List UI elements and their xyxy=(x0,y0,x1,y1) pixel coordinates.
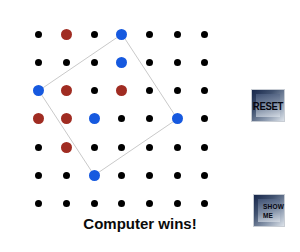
board-cell[interactable] xyxy=(136,105,164,133)
board-cell[interactable] xyxy=(53,77,81,105)
unclaimed-dot xyxy=(118,172,125,179)
unclaimed-dot xyxy=(35,144,42,151)
show-me-button-label: SHOWME xyxy=(263,202,284,220)
red-dot xyxy=(116,85,127,96)
board-cell[interactable] xyxy=(25,105,53,133)
board-cell[interactable] xyxy=(80,20,108,48)
board-cell[interactable] xyxy=(136,190,164,218)
board-cell[interactable] xyxy=(53,20,81,48)
board-cell[interactable] xyxy=(80,161,108,189)
blue-dot xyxy=(116,57,127,68)
board-cell[interactable] xyxy=(163,133,191,161)
board-cell[interactable] xyxy=(191,77,219,105)
unclaimed-dot xyxy=(201,144,208,151)
unclaimed-dot xyxy=(146,87,153,94)
unclaimed-dot xyxy=(35,172,42,179)
reset-button[interactable]: RESET xyxy=(251,89,285,122)
red-dot xyxy=(61,29,72,40)
unclaimed-dot xyxy=(201,200,208,207)
red-dot xyxy=(61,85,72,96)
board-cell[interactable] xyxy=(191,105,219,133)
blue-dot xyxy=(33,85,44,96)
reset-button-face: RESET xyxy=(256,94,280,117)
board-cell[interactable] xyxy=(80,105,108,133)
unclaimed-dot xyxy=(201,172,208,179)
dot-grid xyxy=(25,20,219,218)
board-cell[interactable] xyxy=(53,133,81,161)
board-cell[interactable] xyxy=(136,77,164,105)
board-cell[interactable] xyxy=(108,105,136,133)
board-cell[interactable] xyxy=(108,48,136,76)
board-cell[interactable] xyxy=(163,190,191,218)
board-cell[interactable] xyxy=(108,20,136,48)
board-cell[interactable] xyxy=(191,190,219,218)
show-me-button[interactable]: SHOWME xyxy=(253,194,285,227)
unclaimed-dot xyxy=(35,59,42,66)
unclaimed-dot xyxy=(118,115,125,122)
board-cell[interactable] xyxy=(25,190,53,218)
status-message: Computer wins! xyxy=(40,215,240,232)
board-cell[interactable] xyxy=(80,190,108,218)
board-cell[interactable] xyxy=(108,161,136,189)
show-me-line1: SHOW xyxy=(263,203,284,210)
board-cell[interactable] xyxy=(53,190,81,218)
board-cell[interactable] xyxy=(191,20,219,48)
board-cell[interactable] xyxy=(25,133,53,161)
board-cell[interactable] xyxy=(25,20,53,48)
unclaimed-dot xyxy=(35,200,42,207)
unclaimed-dot xyxy=(146,115,153,122)
board-cell[interactable] xyxy=(53,161,81,189)
unclaimed-dot xyxy=(35,31,42,38)
unclaimed-dot xyxy=(146,172,153,179)
unclaimed-dot xyxy=(174,200,181,207)
board-cell[interactable] xyxy=(191,161,219,189)
show-me-line2: ME xyxy=(263,212,273,219)
unclaimed-dot xyxy=(146,144,153,151)
unclaimed-dot xyxy=(118,200,125,207)
board-cell[interactable] xyxy=(163,161,191,189)
board-cell[interactable] xyxy=(136,20,164,48)
unclaimed-dot xyxy=(91,200,98,207)
board-cell[interactable] xyxy=(108,190,136,218)
unclaimed-dot xyxy=(174,31,181,38)
board-cell[interactable] xyxy=(25,77,53,105)
unclaimed-dot xyxy=(174,87,181,94)
board-cell[interactable] xyxy=(136,161,164,189)
unclaimed-dot xyxy=(174,172,181,179)
unclaimed-dot xyxy=(63,59,70,66)
board-cell[interactable] xyxy=(136,133,164,161)
board-cell[interactable] xyxy=(80,48,108,76)
unclaimed-dot xyxy=(146,31,153,38)
red-dot xyxy=(33,113,44,124)
board-cell[interactable] xyxy=(108,133,136,161)
board-cell[interactable] xyxy=(80,133,108,161)
show-me-button-face: SHOWME xyxy=(258,199,280,222)
board-cell[interactable] xyxy=(53,105,81,133)
unclaimed-dot xyxy=(118,144,125,151)
board-cell[interactable] xyxy=(191,48,219,76)
game-window: Computer wins! RESET SHOWME xyxy=(0,0,300,252)
red-dot xyxy=(61,142,72,153)
unclaimed-dot xyxy=(174,144,181,151)
board-cell[interactable] xyxy=(191,133,219,161)
unclaimed-dot xyxy=(91,87,98,94)
blue-dot xyxy=(89,170,100,181)
red-dot xyxy=(61,113,72,124)
unclaimed-dot xyxy=(201,31,208,38)
board-cell[interactable] xyxy=(163,48,191,76)
unclaimed-dot xyxy=(174,59,181,66)
unclaimed-dot xyxy=(146,200,153,207)
board-cell[interactable] xyxy=(80,77,108,105)
unclaimed-dot xyxy=(91,59,98,66)
unclaimed-dot xyxy=(63,200,70,207)
board-cell[interactable] xyxy=(163,20,191,48)
unclaimed-dot xyxy=(91,31,98,38)
board-cell[interactable] xyxy=(163,77,191,105)
blue-dot xyxy=(172,113,183,124)
reset-button-label: RESET xyxy=(253,100,283,111)
board-cell[interactable] xyxy=(163,105,191,133)
board-cell[interactable] xyxy=(53,48,81,76)
board-cell[interactable] xyxy=(25,161,53,189)
unclaimed-dot xyxy=(201,87,208,94)
unclaimed-dot xyxy=(146,59,153,66)
board-cell[interactable] xyxy=(136,48,164,76)
unclaimed-dot xyxy=(201,115,208,122)
board-cell[interactable] xyxy=(108,77,136,105)
unclaimed-dot xyxy=(201,59,208,66)
board-cell[interactable] xyxy=(25,48,53,76)
board xyxy=(25,20,219,218)
unclaimed-dot xyxy=(91,144,98,151)
unclaimed-dot xyxy=(63,172,70,179)
blue-dot xyxy=(116,29,127,40)
blue-dot xyxy=(89,113,100,124)
